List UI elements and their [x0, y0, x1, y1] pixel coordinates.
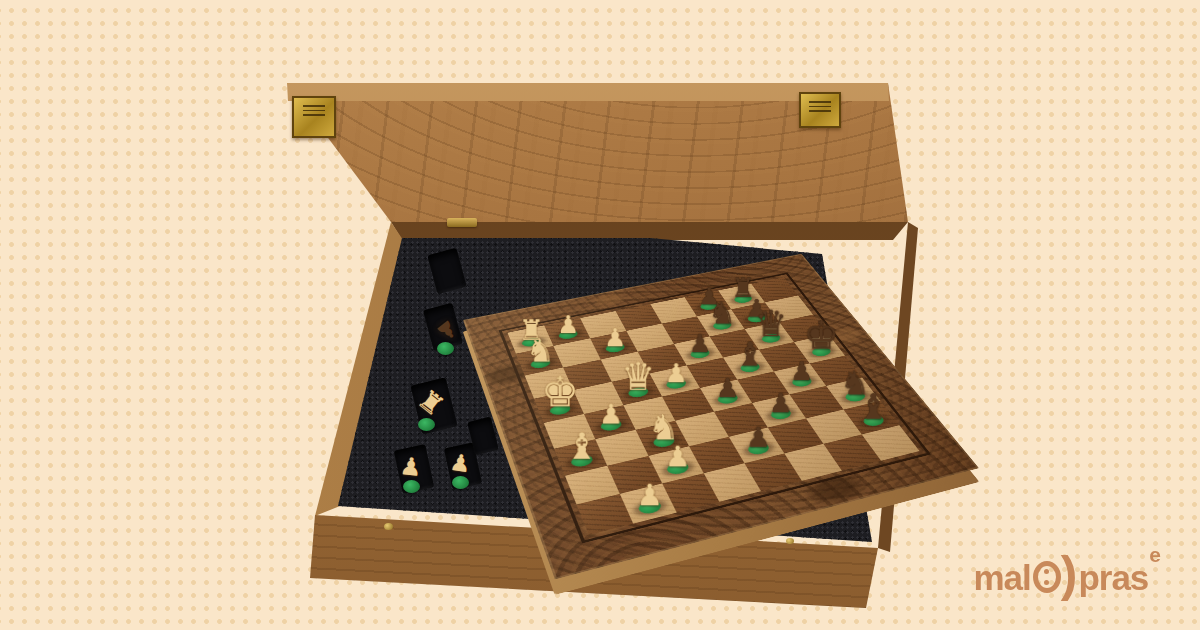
piece-felt-base [452, 476, 469, 489]
brass-pin-icon [786, 538, 794, 544]
brass-plaque-icon [292, 96, 336, 138]
logo-superscript-e: e [1149, 544, 1160, 565]
logo-snout-o-icon [1033, 561, 1061, 593]
brass-hinge-icon [447, 218, 477, 227]
maloprase-logo: mal)prase [973, 552, 1160, 602]
piece-felt-base [403, 480, 420, 493]
tray-piece-white-pawn: ♟ [448, 450, 472, 476]
chess-set-product-photo: ♟♜♟♟ ♜♟♟♜♞♟♞♟♟♛♚♛♟♝♚♟♟♟♝♞♟♞♟♟♝♟ mal)pras… [0, 0, 1200, 630]
brass-pin-icon [384, 523, 393, 530]
tray-piece-white-pawn: ♟ [399, 454, 423, 480]
logo-text-post: pras [1078, 560, 1148, 595]
chess-piece-black-pawn: ♟ [700, 380, 752, 412]
chess-piece-white-king: ♚ [534, 390, 584, 423]
logo-text-pre: mal [973, 560, 1030, 595]
logo-paren-icon: ) [1061, 549, 1077, 599]
brass-plaque-icon [799, 92, 841, 128]
chess-piece-black-pawn: ♟ [729, 428, 785, 464]
